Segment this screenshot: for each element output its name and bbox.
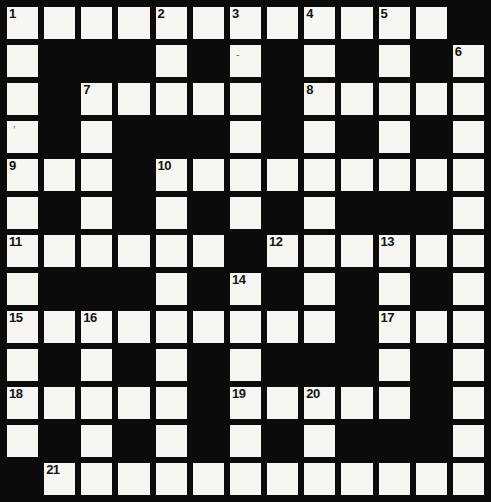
white-cell[interactable] xyxy=(230,425,261,457)
white-cell[interactable]: 11 xyxy=(7,235,38,267)
white-cell[interactable]: 18 xyxy=(7,387,38,419)
black-cell xyxy=(267,425,298,457)
white-cell[interactable] xyxy=(267,311,298,343)
clue-number: 17 xyxy=(381,311,394,325)
clue-number: 7 xyxy=(83,83,90,97)
white-cell[interactable] xyxy=(267,463,298,495)
white-cell[interactable] xyxy=(156,273,187,305)
clue-number: 11 xyxy=(9,235,22,249)
white-cell[interactable] xyxy=(416,83,447,115)
white-cell[interactable] xyxy=(230,463,261,495)
white-cell[interactable] xyxy=(118,387,149,419)
white-cell[interactable] xyxy=(81,463,112,495)
black-cell xyxy=(156,121,187,153)
white-cell[interactable]: 16 xyxy=(81,311,112,343)
white-cell[interactable] xyxy=(453,235,484,267)
clue-number: 20 xyxy=(306,387,319,401)
white-cell[interactable] xyxy=(416,463,447,495)
white-cell[interactable] xyxy=(156,425,187,457)
clue-number: 21 xyxy=(46,463,59,477)
white-cell[interactable] xyxy=(193,7,224,39)
white-cell[interactable] xyxy=(453,197,484,229)
clue-number: 4 xyxy=(306,7,313,21)
white-cell[interactable] xyxy=(379,349,410,381)
black-cell xyxy=(44,45,75,77)
white-cell[interactable] xyxy=(81,387,112,419)
black-cell xyxy=(416,45,447,77)
white-cell[interactable]: 20 xyxy=(304,387,335,419)
black-cell xyxy=(118,273,149,305)
black-cell xyxy=(44,425,75,457)
black-cell xyxy=(267,349,298,381)
white-cell[interactable] xyxy=(7,45,38,77)
black-cell xyxy=(267,121,298,153)
clue-number: 18 xyxy=(9,387,22,401)
clue-number: 3 xyxy=(232,7,239,21)
white-cell[interactable] xyxy=(156,235,187,267)
white-cell[interactable] xyxy=(44,311,75,343)
white-cell[interactable]: 4 xyxy=(304,7,335,39)
white-cell[interactable] xyxy=(453,273,484,305)
black-cell xyxy=(341,121,372,153)
black-cell xyxy=(341,425,372,457)
crossword-grid: 12345-678’9101112131415161718192021 xyxy=(0,0,491,502)
black-cell xyxy=(118,159,149,191)
white-cell[interactable] xyxy=(193,311,224,343)
black-cell xyxy=(267,197,298,229)
white-cell[interactable] xyxy=(118,235,149,267)
black-cell xyxy=(416,425,447,457)
black-cell xyxy=(379,425,410,457)
clue-number: 1 xyxy=(9,7,16,21)
white-cell[interactable] xyxy=(118,7,149,39)
white-cell[interactable]: 15 xyxy=(7,311,38,343)
black-cell xyxy=(416,121,447,153)
white-cell[interactable]: ’ xyxy=(7,121,38,153)
white-cell[interactable]: 19 xyxy=(230,387,261,419)
white-cell[interactable]: 8 xyxy=(304,83,335,115)
clue-number: 9 xyxy=(9,159,16,173)
black-cell xyxy=(193,273,224,305)
black-cell xyxy=(379,197,410,229)
pencil-mark: - xyxy=(236,49,240,60)
white-cell[interactable] xyxy=(230,159,261,191)
white-cell[interactable] xyxy=(379,83,410,115)
white-cell[interactable]: 9 xyxy=(7,159,38,191)
white-cell[interactable] xyxy=(156,463,187,495)
white-cell[interactable] xyxy=(156,387,187,419)
white-cell[interactable] xyxy=(193,235,224,267)
white-cell[interactable] xyxy=(341,387,372,419)
white-cell[interactable] xyxy=(453,83,484,115)
white-cell[interactable]: 5 xyxy=(379,7,410,39)
white-cell[interactable] xyxy=(453,349,484,381)
white-cell[interactable] xyxy=(44,7,75,39)
black-cell xyxy=(193,197,224,229)
clue-number: 8 xyxy=(306,83,313,97)
clue-number: 13 xyxy=(381,235,394,249)
white-cell[interactable]: 10 xyxy=(156,159,187,191)
white-cell[interactable] xyxy=(341,159,372,191)
white-cell[interactable] xyxy=(267,7,298,39)
white-cell[interactable] xyxy=(267,387,298,419)
white-cell[interactable] xyxy=(416,235,447,267)
white-cell[interactable] xyxy=(118,463,149,495)
black-cell xyxy=(267,83,298,115)
white-cell[interactable] xyxy=(379,463,410,495)
white-cell[interactable] xyxy=(44,235,75,267)
white-cell[interactable] xyxy=(453,463,484,495)
clue-number: 2 xyxy=(158,7,165,21)
white-cell[interactable] xyxy=(81,121,112,153)
black-cell xyxy=(118,425,149,457)
white-cell[interactable]: 17 xyxy=(379,311,410,343)
black-cell xyxy=(193,349,224,381)
white-cell[interactable] xyxy=(304,159,335,191)
white-cell[interactable] xyxy=(304,463,335,495)
black-cell xyxy=(7,463,38,495)
white-cell[interactable] xyxy=(230,349,261,381)
white-cell[interactable] xyxy=(156,311,187,343)
black-cell xyxy=(341,197,372,229)
black-cell xyxy=(304,349,335,381)
clue-number: 15 xyxy=(9,311,22,325)
white-cell[interactable] xyxy=(453,387,484,419)
white-cell[interactable] xyxy=(341,463,372,495)
white-cell[interactable] xyxy=(44,159,75,191)
white-cell[interactable] xyxy=(118,311,149,343)
white-cell[interactable] xyxy=(304,425,335,457)
crossword-board: 12345-678’9101112131415161718192021 xyxy=(0,0,491,502)
black-cell xyxy=(44,349,75,381)
white-cell[interactable] xyxy=(230,121,261,153)
white-cell[interactable] xyxy=(304,121,335,153)
white-cell[interactable]: 3 xyxy=(230,7,261,39)
white-cell[interactable] xyxy=(193,159,224,191)
black-cell xyxy=(416,349,447,381)
clue-number: 6 xyxy=(455,45,462,59)
white-cell[interactable]: 12 xyxy=(267,235,298,267)
white-cell[interactable] xyxy=(7,349,38,381)
white-cell[interactable] xyxy=(379,45,410,77)
white-cell[interactable] xyxy=(341,7,372,39)
black-cell xyxy=(416,197,447,229)
black-cell xyxy=(341,311,372,343)
clue-number: 14 xyxy=(232,273,245,287)
white-cell[interactable]: 2 xyxy=(156,7,187,39)
black-cell xyxy=(416,387,447,419)
black-cell xyxy=(416,273,447,305)
white-cell[interactable] xyxy=(7,197,38,229)
white-cell[interactable]: 6 xyxy=(453,45,484,77)
white-cell[interactable] xyxy=(156,83,187,115)
white-cell[interactable]: 14 xyxy=(230,273,261,305)
white-cell[interactable] xyxy=(453,159,484,191)
white-cell[interactable] xyxy=(7,83,38,115)
black-cell xyxy=(44,83,75,115)
white-cell[interactable] xyxy=(81,235,112,267)
white-cell[interactable] xyxy=(81,159,112,191)
white-cell[interactable] xyxy=(416,159,447,191)
pencil-mark: ’ xyxy=(13,125,15,136)
white-cell[interactable] xyxy=(44,387,75,419)
white-cell[interactable] xyxy=(230,311,261,343)
clue-number: 5 xyxy=(381,7,388,21)
white-cell[interactable] xyxy=(304,273,335,305)
black-cell xyxy=(193,121,224,153)
white-cell[interactable] xyxy=(7,425,38,457)
black-cell xyxy=(118,121,149,153)
white-cell[interactable] xyxy=(416,311,447,343)
black-cell xyxy=(118,197,149,229)
white-cell[interactable] xyxy=(267,159,298,191)
white-cell[interactable] xyxy=(156,45,187,77)
black-cell xyxy=(453,7,484,39)
black-cell xyxy=(44,121,75,153)
white-cell[interactable] xyxy=(453,425,484,457)
white-cell[interactable] xyxy=(304,45,335,77)
white-cell[interactable]: 13 xyxy=(379,235,410,267)
white-cell[interactable] xyxy=(379,159,410,191)
white-cell[interactable] xyxy=(193,83,224,115)
white-cell[interactable] xyxy=(341,83,372,115)
clue-number: 12 xyxy=(269,235,282,249)
white-cell[interactable] xyxy=(81,349,112,381)
white-cell[interactable] xyxy=(81,197,112,229)
black-cell xyxy=(230,235,261,267)
white-cell[interactable] xyxy=(453,311,484,343)
white-cell[interactable]: 1 xyxy=(7,7,38,39)
white-cell[interactable] xyxy=(304,235,335,267)
black-cell xyxy=(193,45,224,77)
black-cell xyxy=(193,387,224,419)
white-cell[interactable]: 21 xyxy=(44,463,75,495)
white-cell[interactable] xyxy=(379,273,410,305)
clue-number: 16 xyxy=(83,311,96,325)
white-cell[interactable] xyxy=(304,311,335,343)
black-cell xyxy=(81,45,112,77)
white-cell[interactable] xyxy=(379,121,410,153)
white-cell[interactable]: 7 xyxy=(81,83,112,115)
clue-number: 10 xyxy=(158,159,171,173)
white-cell[interactable] xyxy=(156,349,187,381)
black-cell xyxy=(44,273,75,305)
white-cell[interactable] xyxy=(230,197,261,229)
black-cell xyxy=(341,45,372,77)
black-cell xyxy=(118,45,149,77)
white-cell[interactable] xyxy=(7,273,38,305)
black-cell xyxy=(81,273,112,305)
black-cell xyxy=(341,349,372,381)
white-cell[interactable]: - xyxy=(230,45,261,77)
white-cell[interactable] xyxy=(453,121,484,153)
white-cell[interactable] xyxy=(81,7,112,39)
white-cell[interactable] xyxy=(379,387,410,419)
white-cell[interactable] xyxy=(416,7,447,39)
clue-number: 19 xyxy=(232,387,245,401)
black-cell xyxy=(193,425,224,457)
black-cell xyxy=(267,273,298,305)
white-cell[interactable] xyxy=(341,235,372,267)
black-cell xyxy=(44,197,75,229)
white-cell[interactable] xyxy=(118,83,149,115)
black-cell xyxy=(118,349,149,381)
black-cell xyxy=(341,273,372,305)
white-cell[interactable] xyxy=(156,197,187,229)
white-cell[interactable] xyxy=(230,83,261,115)
white-cell[interactable] xyxy=(81,425,112,457)
white-cell[interactable] xyxy=(193,463,224,495)
black-cell xyxy=(267,45,298,77)
white-cell[interactable] xyxy=(304,197,335,229)
